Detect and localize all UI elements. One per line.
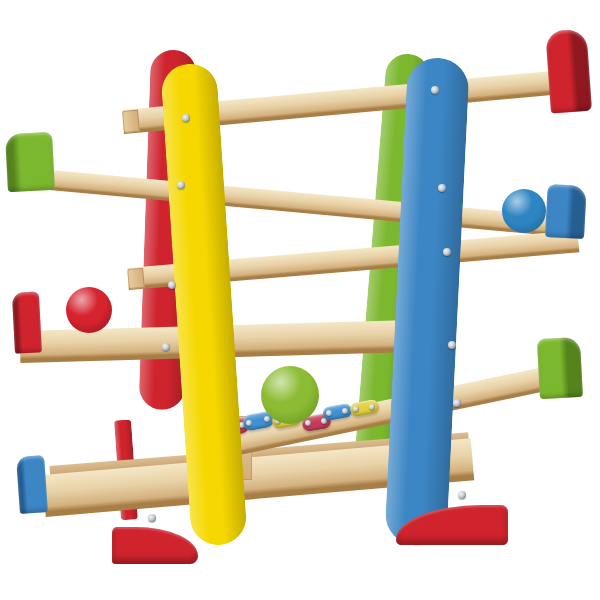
blue-ball (502, 189, 546, 233)
screw-icon (453, 399, 461, 407)
third-ramp-end-grain (127, 268, 145, 289)
screw-icon (443, 248, 451, 256)
screw-icon (369, 404, 375, 410)
screw-icon (148, 514, 156, 522)
green-end-cap-upper-left (5, 132, 55, 192)
top-start-ramp-end-grain (122, 110, 140, 133)
screw-icon (182, 114, 190, 122)
green-ball (261, 366, 319, 424)
green-end-cap-right (537, 337, 583, 399)
screw-icon (448, 341, 456, 349)
red-ball (66, 287, 112, 333)
screw-icon (177, 181, 185, 189)
left-foot (112, 527, 198, 564)
screw-icon (162, 343, 170, 351)
screw-icon (342, 408, 348, 414)
screw-icon (438, 184, 446, 192)
red-end-cap-top-right (545, 29, 592, 114)
marble-run-toy-photo (0, 0, 600, 600)
red-end-cap-left (12, 291, 42, 353)
second-ramp (27, 168, 585, 238)
blue-end-cap-right (545, 184, 587, 239)
screw-icon (246, 420, 252, 426)
screw-icon (431, 86, 439, 94)
screw-icon (458, 491, 466, 499)
screw-icon (168, 281, 176, 289)
blue-end-cap-bottom-left (16, 455, 48, 514)
